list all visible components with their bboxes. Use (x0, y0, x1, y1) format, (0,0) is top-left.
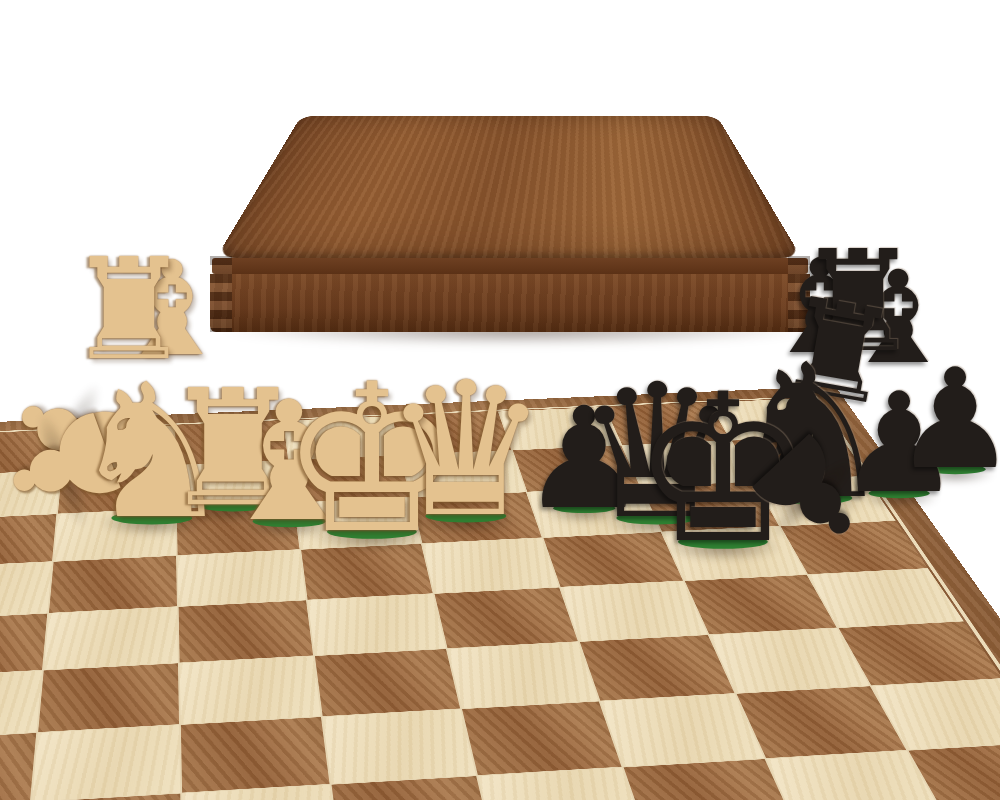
board-square[interactable] (307, 594, 446, 655)
board-square[interactable] (49, 556, 177, 613)
board-square[interactable] (448, 642, 598, 708)
board-square[interactable] (181, 717, 329, 792)
board-square[interactable] (560, 581, 707, 641)
board-square[interactable] (180, 656, 321, 724)
board-square[interactable] (179, 600, 313, 662)
board-square[interactable] (0, 670, 42, 740)
board-square[interactable] (435, 588, 578, 649)
storage-box (208, 80, 812, 332)
board-square[interactable] (0, 733, 36, 800)
board-square[interactable] (0, 562, 52, 620)
board-square[interactable] (314, 649, 460, 716)
chess-set-photo: ♜♝♟♟♞♜♝♚♛♟♛♚♝♜♝♜♞♟♟♟ (0, 0, 1000, 800)
board-square[interactable] (43, 607, 178, 670)
board-square[interactable] (322, 709, 476, 783)
board-square[interactable] (38, 663, 179, 732)
box-lid-seam (212, 258, 808, 274)
board-square[interactable] (31, 725, 180, 800)
box-lid-top (216, 116, 802, 258)
board-square[interactable] (579, 635, 734, 701)
board-square[interactable] (462, 702, 621, 775)
black-pawn[interactable]: ♟ (893, 351, 1000, 489)
board-square[interactable] (0, 614, 47, 677)
board-square[interactable] (600, 694, 764, 766)
white-queen[interactable]: ♛ (383, 358, 549, 543)
box-front-face (210, 274, 810, 332)
